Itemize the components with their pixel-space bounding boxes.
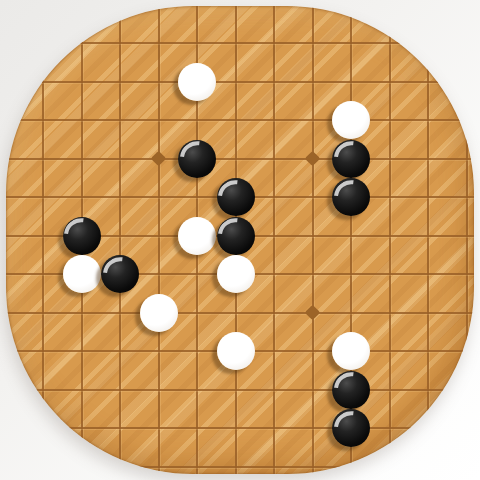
go-board[interactable] [6,6,474,474]
grid-line-vertical [273,6,275,474]
screenshot-canvas [0,0,480,480]
black-stone [332,140,370,178]
white-stone [140,294,178,332]
white-stone [332,101,370,139]
grid-line-horizontal [6,466,474,468]
grid-line-vertical [427,6,429,474]
star-point [305,151,321,167]
grid-line-horizontal [6,81,474,83]
black-stone [217,217,255,255]
black-stone [63,217,101,255]
grid-line-vertical [389,6,391,474]
black-stone [332,371,370,409]
white-stone [178,217,216,255]
grid-line-horizontal [6,389,474,391]
grid-line-horizontal [6,427,474,429]
black-stone [101,255,139,293]
star-point [305,305,321,321]
board-grid-layer [6,6,474,474]
black-stone [332,409,370,447]
grid-line-horizontal [6,42,474,44]
grid-line-vertical [119,6,121,474]
grid-line-vertical [312,6,314,474]
white-stone [332,332,370,370]
grid-line-horizontal [6,119,474,121]
white-stone [63,255,101,293]
black-stone [332,178,370,216]
black-stone [178,140,216,178]
grid-line-vertical [466,6,468,474]
grid-line-horizontal [6,312,474,314]
white-stone [178,63,216,101]
grid-line-vertical [158,6,160,474]
grid-line-vertical [42,6,44,474]
white-stone [217,255,255,293]
grid-line-horizontal [6,158,474,160]
star-point [151,151,167,167]
black-stone [217,178,255,216]
white-stone [217,332,255,370]
